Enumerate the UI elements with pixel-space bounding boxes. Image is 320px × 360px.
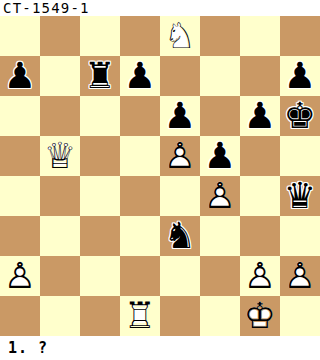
piece-outline-glyph: ♙ [280,256,320,296]
piece-outline-glyph: ♙ [160,136,200,176]
square-c8[interactable] [80,16,120,56]
square-g8[interactable] [240,16,280,56]
square-b2[interactable] [40,256,80,296]
square-g1[interactable]: ♚♔ [240,296,280,336]
piece-white-knight[interactable]: ♞♘ [160,16,200,56]
piece-outline-glyph: ♙ [200,176,240,216]
square-b1[interactable] [40,296,80,336]
square-a2[interactable]: ♟♙ [0,256,40,296]
piece-black-knight[interactable]: ♞ [160,216,200,256]
piece-outline-glyph: ♕ [40,136,80,176]
piece-white-pawn[interactable]: ♟♙ [0,256,40,296]
square-h8[interactable] [280,16,320,56]
square-c1[interactable] [80,296,120,336]
square-e7[interactable] [160,56,200,96]
square-b3[interactable] [40,216,80,256]
square-h1[interactable] [280,296,320,336]
piece-outline-glyph: ♘ [160,16,200,56]
square-f5[interactable]: ♟ [200,136,240,176]
square-a6[interactable] [0,96,40,136]
square-d4[interactable] [120,176,160,216]
piece-outline-glyph: ♙ [0,256,40,296]
piece-white-pawn[interactable]: ♟♙ [160,136,200,176]
square-f2[interactable] [200,256,240,296]
piece-black-queen[interactable]: ♛ [280,176,320,216]
square-g4[interactable] [240,176,280,216]
square-c2[interactable] [80,256,120,296]
chess-board: ♞♘♟♜♟♟♟♟♚♛♕♟♙♟♟♙♛♞♟♙♟♙♟♙♜♖♚♔ [0,16,320,336]
square-g6[interactable]: ♟ [240,96,280,136]
piece-white-queen[interactable]: ♛♕ [40,136,80,176]
square-h6[interactable]: ♚ [280,96,320,136]
square-e1[interactable] [160,296,200,336]
piece-white-pawn[interactable]: ♟♙ [280,256,320,296]
square-c6[interactable] [80,96,120,136]
square-h4[interactable]: ♛ [280,176,320,216]
piece-outline-glyph: ♖ [120,296,160,336]
problem-id: CT-1549-1 [0,0,320,16]
piece-black-rook[interactable]: ♜ [80,56,120,96]
piece-white-rook[interactable]: ♜♖ [120,296,160,336]
square-d3[interactable] [120,216,160,256]
square-e3[interactable]: ♞ [160,216,200,256]
square-g5[interactable] [240,136,280,176]
square-b5[interactable]: ♛♕ [40,136,80,176]
piece-black-pawn[interactable]: ♟ [200,136,240,176]
square-b8[interactable] [40,16,80,56]
square-d2[interactable] [120,256,160,296]
piece-black-pawn[interactable]: ♟ [280,56,320,96]
square-e6[interactable]: ♟ [160,96,200,136]
square-a7[interactable]: ♟ [0,56,40,96]
square-b7[interactable] [40,56,80,96]
square-d5[interactable] [120,136,160,176]
square-b6[interactable] [40,96,80,136]
piece-black-pawn[interactable]: ♟ [0,56,40,96]
square-f7[interactable] [200,56,240,96]
square-c4[interactable] [80,176,120,216]
piece-white-king[interactable]: ♚♔ [240,296,280,336]
square-e5[interactable]: ♟♙ [160,136,200,176]
square-c7[interactable]: ♜ [80,56,120,96]
square-a5[interactable] [0,136,40,176]
square-b4[interactable] [40,176,80,216]
square-f3[interactable] [200,216,240,256]
square-g2[interactable]: ♟♙ [240,256,280,296]
square-c5[interactable] [80,136,120,176]
square-f6[interactable] [200,96,240,136]
square-d1[interactable]: ♜♖ [120,296,160,336]
square-g7[interactable] [240,56,280,96]
square-g3[interactable] [240,216,280,256]
square-h2[interactable]: ♟♙ [280,256,320,296]
piece-black-king[interactable]: ♚ [280,96,320,136]
piece-black-pawn[interactable]: ♟ [240,96,280,136]
piece-white-pawn[interactable]: ♟♙ [200,176,240,216]
square-a3[interactable] [0,216,40,256]
square-d6[interactable] [120,96,160,136]
square-h3[interactable] [280,216,320,256]
piece-outline-glyph: ♙ [240,256,280,296]
square-f1[interactable] [200,296,240,336]
square-e2[interactable] [160,256,200,296]
square-a8[interactable] [0,16,40,56]
piece-outline-glyph: ♔ [240,296,280,336]
square-a1[interactable] [0,296,40,336]
square-h5[interactable] [280,136,320,176]
piece-black-pawn[interactable]: ♟ [160,96,200,136]
piece-black-pawn[interactable]: ♟ [120,56,160,96]
square-e8[interactable]: ♞♘ [160,16,200,56]
square-d7[interactable]: ♟ [120,56,160,96]
square-c3[interactable] [80,216,120,256]
square-e4[interactable] [160,176,200,216]
square-h7[interactable]: ♟ [280,56,320,96]
square-f8[interactable] [200,16,240,56]
move-prompt: 1. ? [0,336,320,360]
piece-white-pawn[interactable]: ♟♙ [240,256,280,296]
square-d8[interactable] [120,16,160,56]
square-f4[interactable]: ♟♙ [200,176,240,216]
square-a4[interactable] [0,176,40,216]
